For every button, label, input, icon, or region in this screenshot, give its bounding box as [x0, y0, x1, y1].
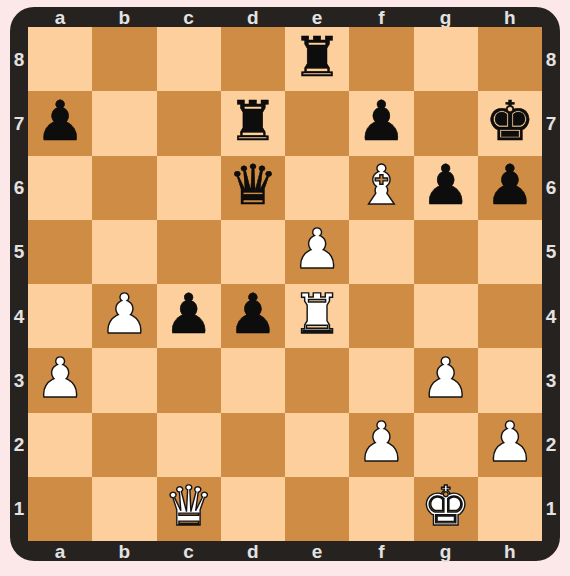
file-label-g: g — [414, 7, 478, 27]
rank-label-2: 2 — [10, 413, 28, 477]
square-f1[interactable] — [349, 477, 413, 541]
piece-black-pawn[interactable]: ♟ — [485, 158, 534, 213]
square-d1[interactable] — [221, 477, 285, 541]
square-f7[interactable]: ♟ — [349, 91, 413, 155]
square-f6[interactable]: ♝ — [349, 156, 413, 220]
square-b3[interactable] — [92, 348, 156, 412]
piece-white-pawn[interactable]: ♟ — [292, 222, 341, 277]
square-h7[interactable]: ♚ — [478, 91, 542, 155]
square-f3[interactable] — [349, 348, 413, 412]
rank-label-8: 8 — [542, 27, 560, 91]
rank-labels-left: 87654321 — [10, 27, 28, 541]
rank-label-6: 6 — [10, 156, 28, 220]
file-label-b: b — [92, 541, 156, 561]
square-g3[interactable]: ♟ — [414, 348, 478, 412]
piece-black-pawn[interactable]: ♟ — [35, 94, 84, 149]
piece-white-king[interactable]: ♚ — [421, 479, 470, 534]
square-h1[interactable] — [478, 477, 542, 541]
rank-label-2: 2 — [542, 413, 560, 477]
file-label-d: d — [221, 7, 285, 27]
square-g7[interactable] — [414, 91, 478, 155]
square-g5[interactable] — [414, 220, 478, 284]
rank-label-3: 3 — [10, 348, 28, 412]
piece-black-pawn[interactable]: ♟ — [228, 287, 277, 342]
square-h3[interactable] — [478, 348, 542, 412]
square-h8[interactable] — [478, 27, 542, 91]
square-a2[interactable] — [28, 413, 92, 477]
rank-label-4: 4 — [542, 284, 560, 348]
square-f8[interactable] — [349, 27, 413, 91]
square-c1[interactable]: ♛ — [157, 477, 221, 541]
square-c6[interactable] — [157, 156, 221, 220]
square-c5[interactable] — [157, 220, 221, 284]
square-b5[interactable] — [92, 220, 156, 284]
square-d2[interactable] — [221, 413, 285, 477]
piece-black-pawn[interactable]: ♟ — [421, 158, 470, 213]
file-label-a: a — [28, 541, 92, 561]
rank-label-7: 7 — [10, 91, 28, 155]
square-h2[interactable]: ♟ — [478, 413, 542, 477]
square-f4[interactable] — [349, 284, 413, 348]
square-d4[interactable]: ♟ — [221, 284, 285, 348]
square-c4[interactable]: ♟ — [157, 284, 221, 348]
square-c7[interactable] — [157, 91, 221, 155]
file-labels-top: abcdefgh — [28, 7, 542, 27]
square-a8[interactable] — [28, 27, 92, 91]
rank-labels-right: 87654321 — [542, 27, 560, 541]
square-e3[interactable] — [285, 348, 349, 412]
file-label-f: f — [349, 7, 413, 27]
file-label-h: h — [478, 541, 542, 561]
rank-label-4: 4 — [10, 284, 28, 348]
rank-label-1: 1 — [542, 477, 560, 541]
piece-white-pawn[interactable]: ♟ — [35, 351, 84, 406]
square-b4[interactable]: ♟ — [92, 284, 156, 348]
piece-white-pawn[interactable]: ♟ — [357, 415, 406, 470]
square-g1[interactable]: ♚ — [414, 477, 478, 541]
square-e5[interactable]: ♟ — [285, 220, 349, 284]
square-c2[interactable] — [157, 413, 221, 477]
square-e8[interactable]: ♜ — [285, 27, 349, 91]
square-e2[interactable] — [285, 413, 349, 477]
rank-label-1: 1 — [10, 477, 28, 541]
square-f5[interactable] — [349, 220, 413, 284]
rank-label-7: 7 — [542, 91, 560, 155]
board-frame: abcdefgh abcdefgh 87654321 87654321 ♜♟♜♟… — [10, 7, 560, 561]
square-a4[interactable] — [28, 284, 92, 348]
square-f2[interactable]: ♟ — [349, 413, 413, 477]
square-a5[interactable] — [28, 220, 92, 284]
square-a6[interactable] — [28, 156, 92, 220]
rank-label-6: 6 — [542, 156, 560, 220]
piece-white-pawn[interactable]: ♟ — [485, 415, 534, 470]
rank-label-5: 5 — [542, 220, 560, 284]
square-b2[interactable] — [92, 413, 156, 477]
piece-white-pawn[interactable]: ♟ — [100, 287, 149, 342]
square-h5[interactable] — [478, 220, 542, 284]
square-d6[interactable]: ♛ — [221, 156, 285, 220]
file-label-d: d — [221, 541, 285, 561]
file-label-c: c — [157, 7, 221, 27]
square-e4[interactable]: ♜ — [285, 284, 349, 348]
piece-black-rook[interactable]: ♜ — [292, 30, 341, 85]
piece-black-pawn[interactable]: ♟ — [357, 94, 406, 149]
rank-label-8: 8 — [10, 27, 28, 91]
square-d5[interactable] — [221, 220, 285, 284]
square-d3[interactable] — [221, 348, 285, 412]
piece-white-rook[interactable]: ♜ — [292, 287, 341, 342]
piece-white-pawn[interactable]: ♟ — [421, 351, 470, 406]
piece-black-rook[interactable]: ♜ — [228, 94, 277, 149]
square-c8[interactable] — [157, 27, 221, 91]
rank-label-5: 5 — [10, 220, 28, 284]
square-e7[interactable] — [285, 91, 349, 155]
square-h6[interactable]: ♟ — [478, 156, 542, 220]
square-c3[interactable] — [157, 348, 221, 412]
square-g2[interactable] — [414, 413, 478, 477]
file-label-e: e — [285, 7, 349, 27]
square-b1[interactable] — [92, 477, 156, 541]
square-g8[interactable] — [414, 27, 478, 91]
file-label-c: c — [157, 541, 221, 561]
file-label-e: e — [285, 541, 349, 561]
file-label-f: f — [349, 541, 413, 561]
file-label-g: g — [414, 541, 478, 561]
piece-white-bishop[interactable]: ♝ — [357, 158, 406, 213]
square-d8[interactable] — [221, 27, 285, 91]
square-a1[interactable] — [28, 477, 92, 541]
square-a3[interactable]: ♟ — [28, 348, 92, 412]
square-g4[interactable] — [414, 284, 478, 348]
piece-white-queen[interactable]: ♛ — [164, 479, 213, 534]
square-b6[interactable] — [92, 156, 156, 220]
rank-label-3: 3 — [542, 348, 560, 412]
square-b7[interactable] — [92, 91, 156, 155]
piece-black-king[interactable]: ♚ — [485, 94, 534, 149]
square-a7[interactable]: ♟ — [28, 91, 92, 155]
piece-black-queen[interactable]: ♛ — [228, 158, 277, 213]
chess-board[interactable]: ♜♟♜♟♚♛♝♟♟♟♟♟♟♜♟♟♟♟♛♚ — [28, 27, 542, 541]
square-g6[interactable]: ♟ — [414, 156, 478, 220]
piece-black-pawn[interactable]: ♟ — [164, 287, 213, 342]
file-label-h: h — [478, 7, 542, 27]
square-b8[interactable] — [92, 27, 156, 91]
square-e1[interactable] — [285, 477, 349, 541]
file-labels-bottom: abcdefgh — [28, 541, 542, 561]
square-h4[interactable] — [478, 284, 542, 348]
file-label-b: b — [92, 7, 156, 27]
square-d7[interactable]: ♜ — [221, 91, 285, 155]
square-e6[interactable] — [285, 156, 349, 220]
file-label-a: a — [28, 7, 92, 27]
